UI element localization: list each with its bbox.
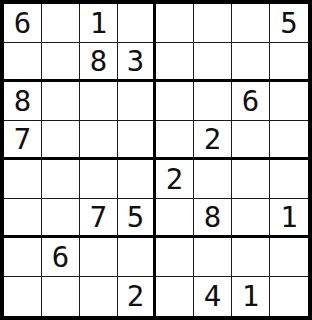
cell-r8c2-empty[interactable] [42,277,80,316]
cell-r2c8-empty[interactable] [270,43,308,82]
cell-r5c8-empty[interactable] [270,160,308,199]
cell-r1c7-empty[interactable] [232,4,270,43]
cell-r8c1-empty[interactable] [4,277,42,316]
cell-r8c6-given-4[interactable]: 4 [194,277,232,316]
cell-r3c8-empty[interactable] [270,82,308,121]
cell-r3c1-given-8[interactable]: 8 [4,82,42,121]
cell-r1c5-empty[interactable] [156,4,194,43]
cell-r1c2-empty[interactable] [42,4,80,43]
cell-r2c4-given-3[interactable]: 3 [118,43,156,82]
cell-r8c5-empty[interactable] [156,277,194,316]
cell-r1c6-empty[interactable] [194,4,232,43]
cell-r4c1-given-7[interactable]: 7 [4,121,42,160]
cell-r7c6-empty[interactable] [194,238,232,277]
cell-r1c3-given-1[interactable]: 1 [80,4,118,43]
cell-r6c1-empty[interactable] [4,199,42,238]
cell-r7c2-given-6[interactable]: 6 [42,238,80,277]
cell-r8c3-empty[interactable] [80,277,118,316]
cell-r4c3-empty[interactable] [80,121,118,160]
cell-r6c4-given-5[interactable]: 5 [118,199,156,238]
cell-r4c8-empty[interactable] [270,121,308,160]
cell-r1c1-given-6[interactable]: 6 [4,4,42,43]
cell-r2c7-empty[interactable] [232,43,270,82]
cell-r2c3-given-8[interactable]: 8 [80,43,118,82]
cell-r3c4-empty[interactable] [118,82,156,121]
cell-r1c8-given-5[interactable]: 5 [270,4,308,43]
cell-r2c5-empty[interactable] [156,43,194,82]
cell-r8c8-empty[interactable] [270,277,308,316]
cell-r6c7-empty[interactable] [232,199,270,238]
cell-r4c6-given-2[interactable]: 2 [194,121,232,160]
cell-r5c7-empty[interactable] [232,160,270,199]
cell-r1c4-empty[interactable] [118,4,156,43]
cell-r8c7-given-1[interactable]: 1 [232,277,270,316]
cell-r6c6-given-8[interactable]: 8 [194,199,232,238]
cell-r4c2-empty[interactable] [42,121,80,160]
cell-r5c6-empty[interactable] [194,160,232,199]
cell-r4c4-empty[interactable] [118,121,156,160]
cell-r5c1-empty[interactable] [4,160,42,199]
cell-r2c6-empty[interactable] [194,43,232,82]
cell-r5c5-given-2[interactable]: 2 [156,160,194,199]
cell-r4c5-empty[interactable] [156,121,194,160]
sudoku-board: 615838672275816241 [0,0,312,320]
cell-r6c2-empty[interactable] [42,199,80,238]
cell-r7c7-empty[interactable] [232,238,270,277]
cell-r3c3-empty[interactable] [80,82,118,121]
cell-r2c2-empty[interactable] [42,43,80,82]
cell-r5c3-empty[interactable] [80,160,118,199]
cell-r3c6-empty[interactable] [194,82,232,121]
cell-r5c2-empty[interactable] [42,160,80,199]
cell-r4c7-empty[interactable] [232,121,270,160]
cell-r7c3-empty[interactable] [80,238,118,277]
cell-r7c8-empty[interactable] [270,238,308,277]
cell-r3c5-empty[interactable] [156,82,194,121]
cell-r7c1-empty[interactable] [4,238,42,277]
cell-r7c4-empty[interactable] [118,238,156,277]
cell-r3c2-empty[interactable] [42,82,80,121]
cell-r6c3-given-7[interactable]: 7 [80,199,118,238]
cell-r6c5-empty[interactable] [156,199,194,238]
cell-r3c7-given-6[interactable]: 6 [232,82,270,121]
cell-r5c4-empty[interactable] [118,160,156,199]
cell-r2c1-empty[interactable] [4,43,42,82]
cell-r8c4-given-2[interactable]: 2 [118,277,156,316]
cell-r7c5-empty[interactable] [156,238,194,277]
cell-r6c8-given-1[interactable]: 1 [270,199,308,238]
